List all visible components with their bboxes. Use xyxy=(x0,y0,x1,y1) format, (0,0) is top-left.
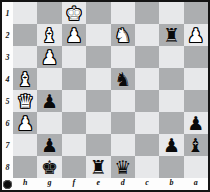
rank-label-2: 2 xyxy=(2,24,13,46)
file-label-d: d xyxy=(111,178,135,190)
square-b6[interactable] xyxy=(159,112,183,134)
file-label-h: h xyxy=(13,178,37,190)
corner-cell xyxy=(2,178,13,190)
square-b5[interactable] xyxy=(159,90,183,112)
rank-labels: 12345678 xyxy=(2,2,13,178)
black-pawn-icon: ♟ xyxy=(37,90,61,112)
square-e3[interactable] xyxy=(86,46,110,68)
square-c8[interactable] xyxy=(135,156,159,178)
square-h8[interactable] xyxy=(13,156,37,178)
white-pawn-icon: ♟ xyxy=(37,46,61,68)
square-b8[interactable] xyxy=(159,156,183,178)
square-a7[interactable]: ♝ xyxy=(184,134,208,156)
square-d3[interactable] xyxy=(111,46,135,68)
black-to-move-indicator xyxy=(3,180,12,189)
square-f2[interactable]: ♟ xyxy=(62,24,86,46)
square-g5[interactable]: ♟ xyxy=(37,90,61,112)
black-rook-icon: ♜ xyxy=(86,156,110,178)
square-f6[interactable] xyxy=(62,112,86,134)
square-c6[interactable] xyxy=(135,112,159,134)
square-d2[interactable]: ♞ xyxy=(111,24,135,46)
square-g7[interactable]: ♟ xyxy=(37,134,61,156)
file-label-g: g xyxy=(37,178,61,190)
square-h1[interactable] xyxy=(13,2,37,24)
black-bishop-icon: ♝ xyxy=(184,134,208,156)
square-d1[interactable] xyxy=(111,2,135,24)
square-c2[interactable] xyxy=(135,24,159,46)
square-f5[interactable] xyxy=(62,90,86,112)
square-d7[interactable] xyxy=(111,134,135,156)
file-label-b: b xyxy=(159,178,183,190)
rank-label-4: 4 xyxy=(2,68,13,90)
square-a4[interactable] xyxy=(184,68,208,90)
rank-label-6: 6 xyxy=(2,112,13,134)
rank-label-3: 3 xyxy=(2,46,13,68)
square-h2[interactable] xyxy=(13,24,37,46)
square-h5[interactable]: ♛ xyxy=(13,90,37,112)
square-f3[interactable] xyxy=(62,46,86,68)
square-d8[interactable]: ♛ xyxy=(111,156,135,178)
rank-label-8: 8 xyxy=(2,156,13,178)
square-a8[interactable] xyxy=(184,156,208,178)
white-bishop-icon: ♝ xyxy=(13,68,37,90)
white-pawn-icon: ♟ xyxy=(62,24,86,46)
square-b3[interactable] xyxy=(159,46,183,68)
square-g4[interactable] xyxy=(37,68,61,90)
square-f7[interactable] xyxy=(62,134,86,156)
square-f8[interactable] xyxy=(62,156,86,178)
square-d6[interactable] xyxy=(111,112,135,134)
square-a6[interactable]: ♟ xyxy=(184,112,208,134)
file-label-e: e xyxy=(86,178,110,190)
square-g8[interactable]: ♚ xyxy=(37,156,61,178)
rank-label-7: 7 xyxy=(2,134,13,156)
square-e4[interactable] xyxy=(86,68,110,90)
square-f1[interactable]: ♚ xyxy=(62,2,86,24)
square-h7[interactable] xyxy=(13,134,37,156)
black-queen-icon: ♛ xyxy=(111,156,135,178)
square-a2[interactable]: ♟ xyxy=(184,24,208,46)
white-knight-icon: ♞ xyxy=(111,24,135,46)
square-c1[interactable] xyxy=(135,2,159,24)
square-a1[interactable] xyxy=(184,2,208,24)
square-e6[interactable] xyxy=(86,112,110,134)
square-g1[interactable] xyxy=(37,2,61,24)
square-b2[interactable]: ♜ xyxy=(159,24,183,46)
square-a3[interactable] xyxy=(184,46,208,68)
file-label-f: f xyxy=(62,178,86,190)
rank-label-5: 5 xyxy=(2,90,13,112)
square-h3[interactable] xyxy=(13,46,37,68)
white-pawn-icon: ♟ xyxy=(184,24,208,46)
black-pawn-icon: ♟ xyxy=(159,134,183,156)
chess-diagram: 12345678 ♚♝♟♞♜♟♟♝♞♛♟♟♟♟♟♝♚♜♛ hgfedcba xyxy=(0,0,210,192)
square-h6[interactable]: ♟ xyxy=(13,112,37,134)
black-knight-icon: ♞ xyxy=(111,68,135,90)
black-pawn-icon: ♟ xyxy=(37,134,61,156)
rank-label-1: 1 xyxy=(2,2,13,24)
square-h4[interactable]: ♝ xyxy=(13,68,37,90)
square-g3[interactable]: ♟ xyxy=(37,46,61,68)
square-c5[interactable] xyxy=(135,90,159,112)
square-e2[interactable] xyxy=(86,24,110,46)
square-a5[interactable] xyxy=(184,90,208,112)
square-b1[interactable] xyxy=(159,2,183,24)
white-pawn-icon: ♟ xyxy=(13,112,37,134)
black-rook-icon: ♜ xyxy=(159,24,183,46)
square-e8[interactable]: ♜ xyxy=(86,156,110,178)
square-g2[interactable]: ♝ xyxy=(37,24,61,46)
white-queen-icon: ♛ xyxy=(13,90,37,112)
square-e5[interactable] xyxy=(86,90,110,112)
white-king-icon: ♚ xyxy=(62,2,86,24)
file-labels: hgfedcba xyxy=(13,178,208,190)
chess-board: ♚♝♟♞♜♟♟♝♞♛♟♟♟♟♟♝♚♜♛ xyxy=(13,2,208,178)
square-f4[interactable] xyxy=(62,68,86,90)
white-bishop-icon: ♝ xyxy=(37,24,61,46)
square-e7[interactable] xyxy=(86,134,110,156)
square-c4[interactable] xyxy=(135,68,159,90)
square-b7[interactable]: ♟ xyxy=(159,134,183,156)
file-label-a: a xyxy=(184,178,208,190)
black-pawn-icon: ♟ xyxy=(184,112,208,134)
square-c3[interactable] xyxy=(135,46,159,68)
square-d5[interactable] xyxy=(111,90,135,112)
square-g6[interactable] xyxy=(37,112,61,134)
square-e1[interactable] xyxy=(86,2,110,24)
black-king-icon: ♚ xyxy=(37,156,61,178)
square-b4[interactable] xyxy=(159,68,183,90)
square-c7[interactable] xyxy=(135,134,159,156)
square-d4[interactable]: ♞ xyxy=(111,68,135,90)
file-label-c: c xyxy=(135,178,159,190)
